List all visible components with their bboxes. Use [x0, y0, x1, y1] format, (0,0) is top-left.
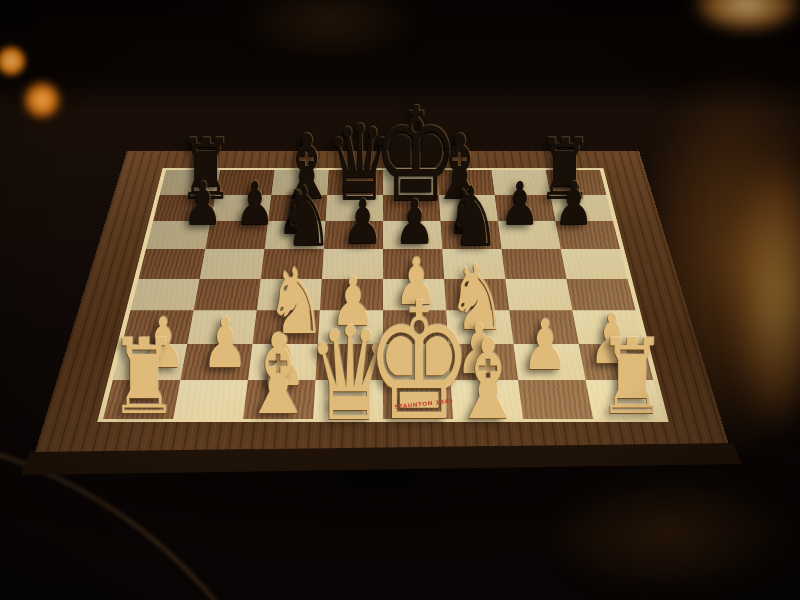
pieces-layer: ♜♝♛♚♝♜♟♟♟♟♟♟♞♟♟♞♟♞♟♞♟♟♟♟♟♟♜♝♛♚♝♜	[0, 0, 800, 600]
scene: ♜♝♛♚♝♜♟♟♟♟♟♟♞♟♟♞♟♞♟♞♟♟♟♟♟♟♜♝♛♚♝♜ STAUNTO…	[0, 0, 800, 600]
piece-black-pawn-d6[interactable]: ♟	[343, 193, 383, 254]
piece-black-knight-c6[interactable]: ♞	[278, 175, 333, 258]
piece-black-pawn-b7[interactable]: ♟	[236, 174, 275, 233]
piece-white-bishop-c1[interactable]: ♝	[241, 319, 315, 430]
piece-black-pawn-g7[interactable]: ♟	[500, 174, 539, 233]
piece-black-pawn-h7[interactable]: ♟	[555, 174, 594, 233]
piece-white-rook-a1[interactable]: ♜	[110, 325, 179, 429]
piece-black-pawn-a7[interactable]: ♟	[183, 174, 222, 233]
piece-white-bishop-f1[interactable]: ♝	[451, 324, 525, 435]
piece-white-pawn-g2[interactable]: ♟	[522, 311, 568, 380]
piece-white-rook-h1[interactable]: ♜	[597, 325, 666, 429]
